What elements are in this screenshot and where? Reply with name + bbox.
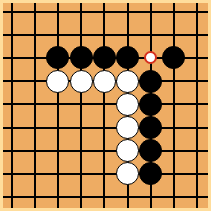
white-stone [116,139,139,162]
white-stone [116,162,139,185]
white-stone [116,93,139,116]
grid-line-horizontal [3,103,208,105]
grid-line-horizontal [3,150,208,152]
black-stone [70,46,93,69]
white-stone [46,70,69,93]
grid-line-vertical [80,3,82,208]
grid-line-vertical [57,3,59,208]
black-stone [162,46,185,69]
go-board [3,3,208,208]
black-stone [139,116,162,139]
grid-line-vertical [173,3,175,208]
black-stone [139,70,162,93]
grid-line-horizontal [3,173,208,175]
black-stone [46,46,69,69]
grid-line-vertical [34,3,36,208]
go-diagram-frame [0,0,211,211]
black-stone [139,93,162,116]
black-stone [116,46,139,69]
circled-point-marker [144,51,157,64]
grid-line-horizontal [3,196,208,198]
white-stone [116,116,139,139]
white-stone [116,70,139,93]
grid-line-horizontal [3,127,208,129]
grid-line-vertical [103,3,105,208]
grid-line-vertical [196,3,198,208]
black-stone [139,162,162,185]
black-stone [93,46,116,69]
white-stone [70,70,93,93]
black-stone [139,139,162,162]
white-stone [93,70,116,93]
